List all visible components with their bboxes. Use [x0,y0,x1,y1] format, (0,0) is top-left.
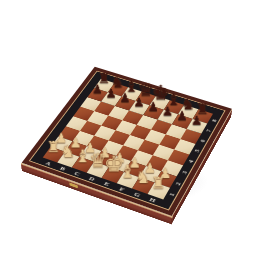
square-b5 [87,111,108,125]
brass-clasp-icon [69,182,78,188]
file-label-h: H [143,194,162,205]
square-a6 [80,97,101,111]
product-photo-scene: ♜♞♝♛♚♝♞♜♟♟♟♟♟♟♟♟♟♟♟♟♟♟♟♟♜♞♝♛♚♝♞♜ ABCDEFG… [0,0,259,259]
piece-black-king: ♚ [151,83,166,103]
rank-label-8: 8 [205,115,223,125]
rank-label-7: 7 [199,125,217,135]
piece-black-rook: ♜ [96,71,111,85]
piece-black-queen: ♛ [137,80,152,98]
